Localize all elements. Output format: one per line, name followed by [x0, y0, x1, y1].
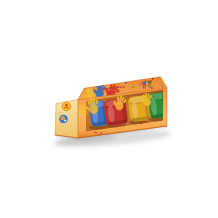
confetti-dot	[161, 85, 162, 86]
confetti-dot	[156, 84, 158, 86]
product-image: пальчиковые краски	[0, 0, 218, 218]
confetti-dot	[158, 100, 160, 102]
brand-badge-bottom	[59, 114, 68, 123]
confetti-dot	[132, 86, 134, 88]
confetti-dot	[153, 96, 155, 98]
confetti-dot	[125, 82, 127, 84]
confetti-dot	[151, 103, 152, 104]
confetti-dot	[151, 87, 153, 89]
brand-badge-top	[62, 102, 71, 111]
product-photo: пальчиковые краски	[0, 0, 218, 218]
